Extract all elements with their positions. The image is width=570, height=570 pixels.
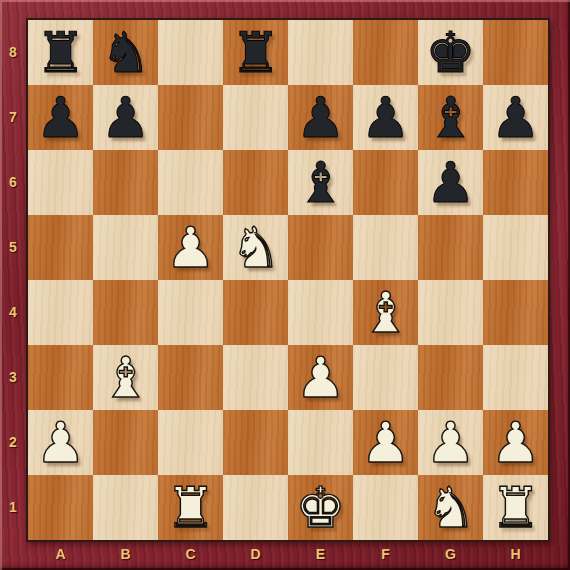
square-d7[interactable]	[223, 85, 288, 150]
piece-black-pawn[interactable]: ♟	[360, 85, 410, 150]
piece-white-knight[interactable]: ♞	[425, 475, 475, 540]
file-label-a: A	[28, 542, 93, 568]
square-f5[interactable]	[353, 215, 418, 280]
square-c2[interactable]	[158, 410, 223, 475]
square-f2[interactable]: ♟	[353, 410, 418, 475]
rank-label-8: 8	[0, 20, 26, 85]
square-b1[interactable]	[93, 475, 158, 540]
square-b3[interactable]: ♝	[93, 345, 158, 410]
piece-white-pawn[interactable]: ♟	[360, 410, 410, 475]
square-a5[interactable]	[28, 215, 93, 280]
rank-label-3: 3	[0, 345, 26, 410]
piece-white-pawn[interactable]: ♟	[35, 410, 85, 475]
square-d2[interactable]	[223, 410, 288, 475]
square-g4[interactable]	[418, 280, 483, 345]
square-d3[interactable]	[223, 345, 288, 410]
file-labels: ABCDEFGH	[28, 542, 548, 568]
square-h8[interactable]	[483, 20, 548, 85]
piece-black-rook[interactable]: ♜	[230, 20, 280, 85]
piece-white-king[interactable]: ♚	[295, 475, 345, 540]
square-a6[interactable]	[28, 150, 93, 215]
square-g6[interactable]: ♟	[418, 150, 483, 215]
square-a1[interactable]	[28, 475, 93, 540]
rank-label-2: 2	[0, 410, 26, 475]
chess-board: ♜♞♜♚♟♟♟♟♝♟♝♟♟♞♝♝♟♟♟♟♟♜♚♞♜	[28, 20, 548, 540]
square-c6[interactable]	[158, 150, 223, 215]
square-a7[interactable]: ♟	[28, 85, 93, 150]
square-f7[interactable]: ♟	[353, 85, 418, 150]
rank-label-1: 1	[0, 475, 26, 540]
piece-black-pawn[interactable]: ♟	[425, 150, 475, 215]
square-b8[interactable]: ♞	[93, 20, 158, 85]
square-e4[interactable]	[288, 280, 353, 345]
square-g8[interactable]: ♚	[418, 20, 483, 85]
square-d5[interactable]: ♞	[223, 215, 288, 280]
rank-label-7: 7	[0, 85, 26, 150]
square-h3[interactable]	[483, 345, 548, 410]
square-d4[interactable]	[223, 280, 288, 345]
piece-white-rook[interactable]: ♜	[490, 475, 540, 540]
square-h2[interactable]: ♟	[483, 410, 548, 475]
square-b2[interactable]	[93, 410, 158, 475]
piece-white-bishop[interactable]: ♝	[100, 345, 150, 410]
square-c3[interactable]	[158, 345, 223, 410]
square-h1[interactable]: ♜	[483, 475, 548, 540]
square-e1[interactable]: ♚	[288, 475, 353, 540]
square-c4[interactable]	[158, 280, 223, 345]
square-b5[interactable]	[93, 215, 158, 280]
square-f1[interactable]	[353, 475, 418, 540]
piece-black-king[interactable]: ♚	[425, 20, 475, 85]
square-g7[interactable]: ♝	[418, 85, 483, 150]
file-label-h: H	[483, 542, 548, 568]
board-outline: ♜♞♜♚♟♟♟♟♝♟♝♟♟♞♝♝♟♟♟♟♟♜♚♞♜	[26, 18, 550, 542]
piece-black-pawn[interactable]: ♟	[35, 85, 85, 150]
piece-white-bishop[interactable]: ♝	[360, 280, 410, 345]
square-g5[interactable]	[418, 215, 483, 280]
square-e2[interactable]	[288, 410, 353, 475]
square-e6[interactable]: ♝	[288, 150, 353, 215]
square-a8[interactable]: ♜	[28, 20, 93, 85]
square-b7[interactable]: ♟	[93, 85, 158, 150]
square-d8[interactable]: ♜	[223, 20, 288, 85]
square-b6[interactable]	[93, 150, 158, 215]
piece-black-bishop[interactable]: ♝	[295, 150, 345, 215]
square-h7[interactable]: ♟	[483, 85, 548, 150]
square-f3[interactable]	[353, 345, 418, 410]
chess-board-frame: 87654321 ABCDEFGH ♜♞♜♚♟♟♟♟♝♟♝♟♟♞♝♝♟♟♟♟♟♜…	[0, 0, 570, 570]
piece-white-pawn[interactable]: ♟	[490, 410, 540, 475]
piece-black-knight[interactable]: ♞	[100, 20, 150, 85]
file-label-f: F	[353, 542, 418, 568]
square-e8[interactable]	[288, 20, 353, 85]
square-a4[interactable]	[28, 280, 93, 345]
piece-white-pawn[interactable]: ♟	[295, 345, 345, 410]
square-f4[interactable]: ♝	[353, 280, 418, 345]
square-c7[interactable]	[158, 85, 223, 150]
piece-black-rook[interactable]: ♜	[35, 20, 85, 85]
piece-white-rook[interactable]: ♜	[165, 475, 215, 540]
file-label-g: G	[418, 542, 483, 568]
square-d6[interactable]	[223, 150, 288, 215]
piece-white-pawn[interactable]: ♟	[165, 215, 215, 280]
piece-black-pawn[interactable]: ♟	[490, 85, 540, 150]
piece-black-bishop[interactable]: ♝	[425, 85, 475, 150]
square-c1[interactable]: ♜	[158, 475, 223, 540]
square-e3[interactable]: ♟	[288, 345, 353, 410]
square-c8[interactable]	[158, 20, 223, 85]
square-b4[interactable]	[93, 280, 158, 345]
file-label-d: D	[223, 542, 288, 568]
piece-white-knight[interactable]: ♞	[230, 215, 280, 280]
square-a2[interactable]: ♟	[28, 410, 93, 475]
square-h6[interactable]	[483, 150, 548, 215]
square-g2[interactable]: ♟	[418, 410, 483, 475]
file-label-c: C	[158, 542, 223, 568]
square-c5[interactable]: ♟	[158, 215, 223, 280]
square-g3[interactable]	[418, 345, 483, 410]
rank-label-6: 6	[0, 150, 26, 215]
square-a3[interactable]	[28, 345, 93, 410]
piece-black-pawn[interactable]: ♟	[100, 85, 150, 150]
rank-label-4: 4	[0, 280, 26, 345]
square-h5[interactable]	[483, 215, 548, 280]
square-h4[interactable]	[483, 280, 548, 345]
square-f6[interactable]	[353, 150, 418, 215]
file-label-b: B	[93, 542, 158, 568]
piece-white-pawn[interactable]: ♟	[425, 410, 475, 475]
square-e5[interactable]	[288, 215, 353, 280]
rank-labels: 87654321	[0, 20, 26, 540]
file-label-e: E	[288, 542, 353, 568]
square-e7[interactable]: ♟	[288, 85, 353, 150]
square-g1[interactable]: ♞	[418, 475, 483, 540]
square-f8[interactable]	[353, 20, 418, 85]
rank-label-5: 5	[0, 215, 26, 280]
square-d1[interactable]	[223, 475, 288, 540]
piece-black-pawn[interactable]: ♟	[295, 85, 345, 150]
